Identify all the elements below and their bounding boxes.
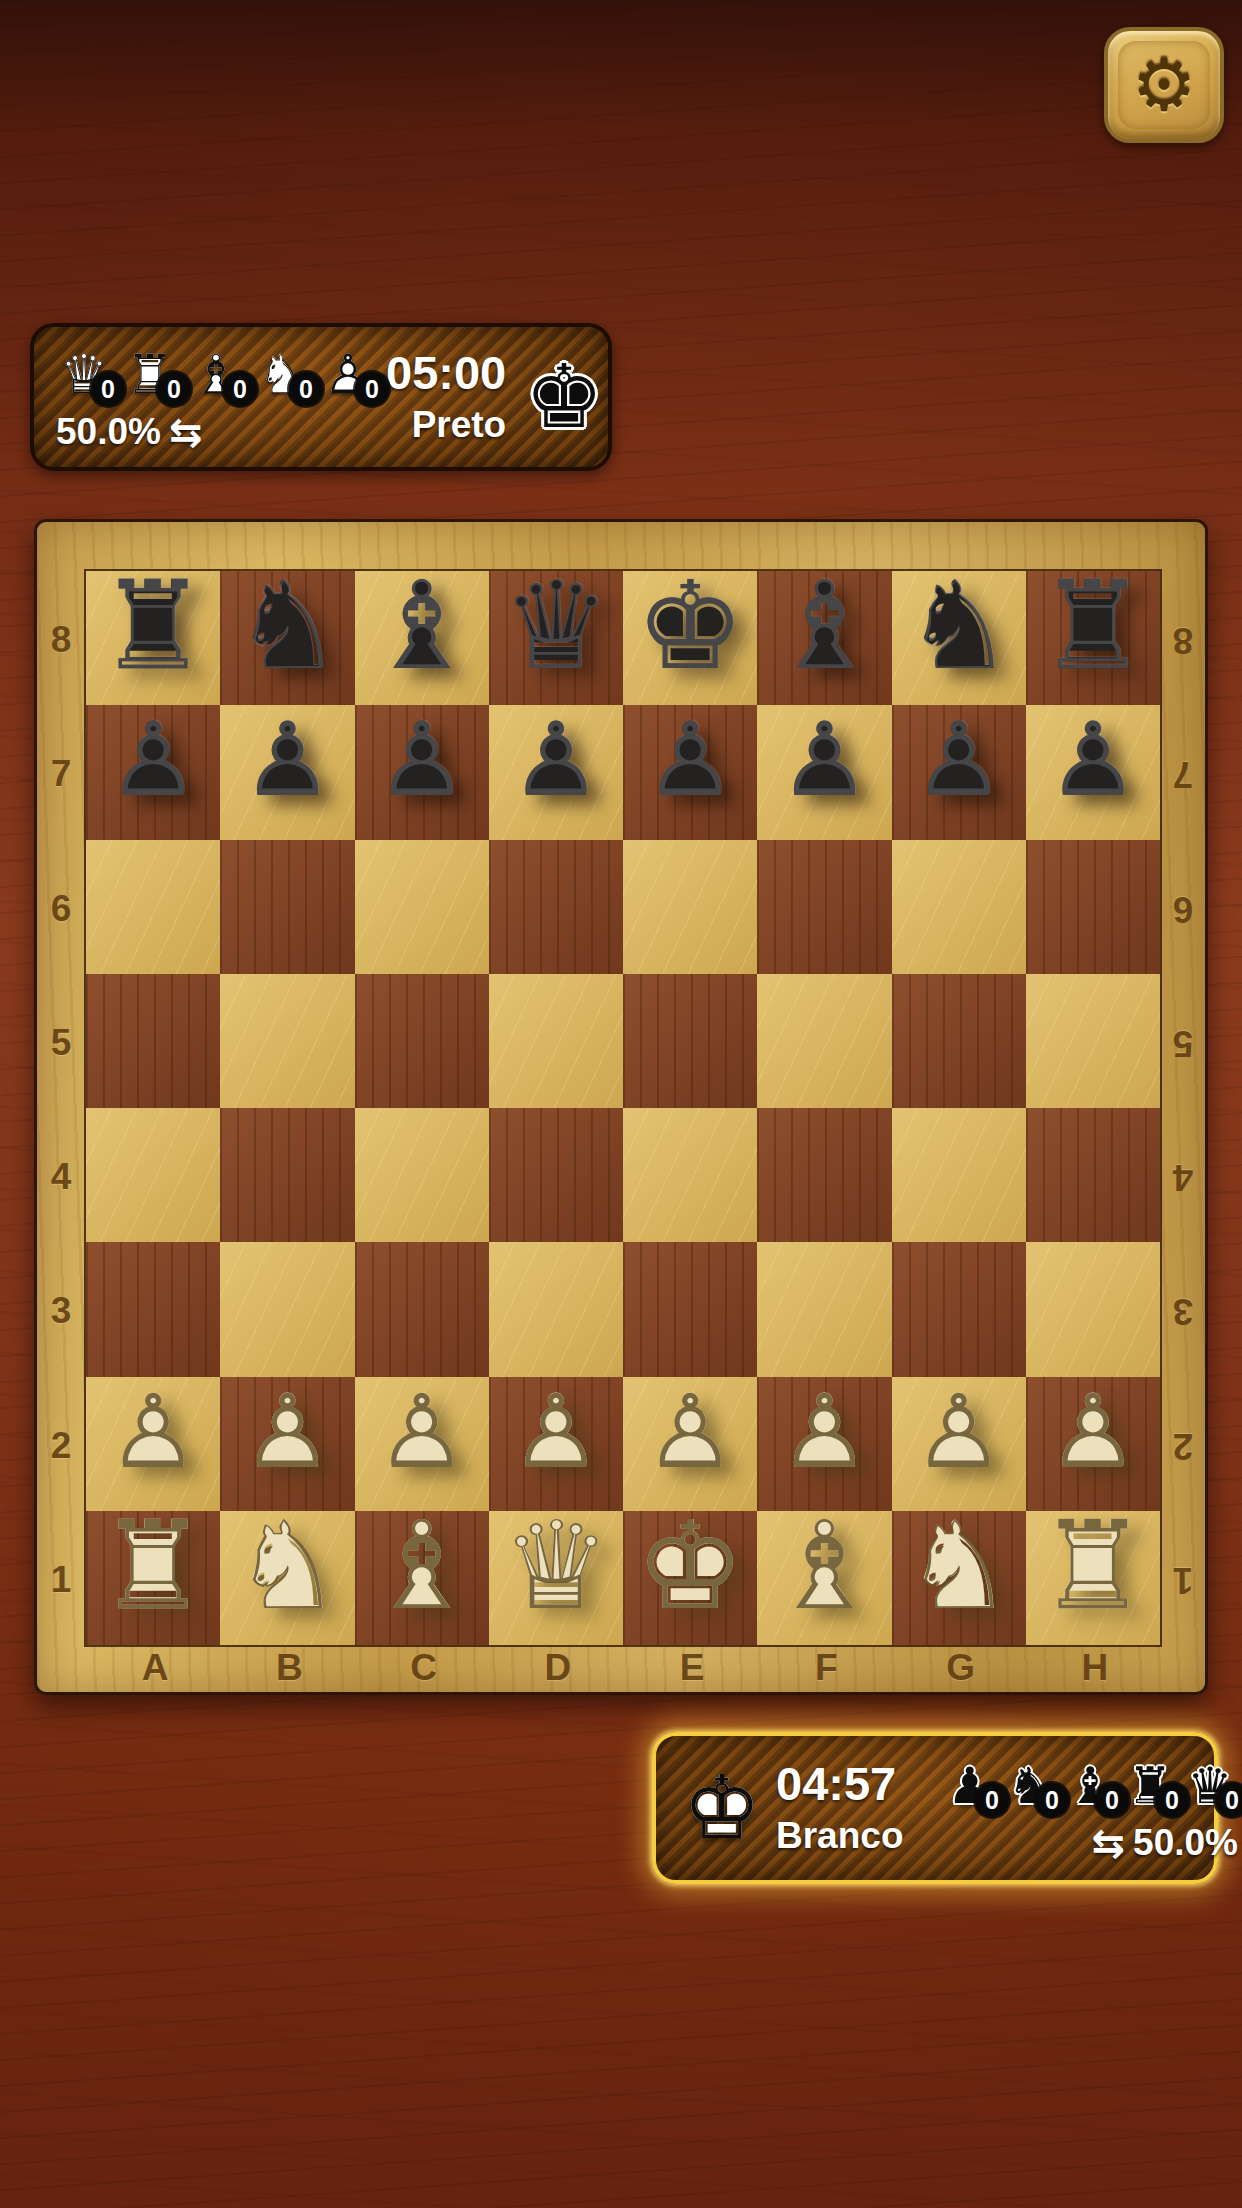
white-knight-icon: ♞♘0 <box>254 344 310 406</box>
settings-button-face: ⚙ <box>1118 41 1210 129</box>
rank-label-left-7: 7 <box>51 753 72 795</box>
capture-count-badge: 0 <box>289 372 323 406</box>
square-b5[interactable] <box>220 974 354 1108</box>
white-rook: ♜♖ <box>1026 1499 1160 1633</box>
white-pawn: ♟♙ <box>757 1365 891 1499</box>
rank-label-left-8: 8 <box>51 619 72 661</box>
white-pawn: ♟♙ <box>623 1365 757 1499</box>
rank-label-left-4: 4 <box>51 1156 72 1198</box>
square-g8[interactable]: ♞♘ <box>892 571 1026 705</box>
board-squares: ♜♖♞♘♝♗♛♕♚♔♝♗♞♘♜♖♟♙♟♙♟♙♟♙♟♙♟♙♟♙♟♙♟♙♟♙♟♙♟♙… <box>84 569 1162 1647</box>
square-g6[interactable] <box>892 840 1026 974</box>
square-h2[interactable]: ♟♙ <box>1026 1377 1160 1511</box>
white-pawn: ♟♙ <box>892 1365 1026 1499</box>
square-e7[interactable]: ♟♙ <box>623 705 757 839</box>
square-e2[interactable]: ♟♙ <box>623 1377 757 1511</box>
white-pawn: ♟♙ <box>220 1365 354 1499</box>
capture-count-badge: 0 <box>91 372 125 406</box>
black-knight-icon: ♞♘0 <box>1004 1755 1056 1817</box>
black-pawn: ♟♙ <box>1026 693 1160 827</box>
black-knight: ♞♘ <box>220 559 354 693</box>
rank-label-left-1: 1 <box>51 1559 72 1601</box>
square-d6[interactable] <box>489 840 623 974</box>
square-g1[interactable]: ♞♘ <box>892 1511 1026 1645</box>
white-pawn: ♟♙ <box>489 1365 623 1499</box>
square-e5[interactable] <box>623 974 757 1108</box>
black-win-rate: 50.0% ⇆ <box>56 410 386 454</box>
square-c7[interactable]: ♟♙ <box>355 705 489 839</box>
file-label-c: C <box>410 1647 437 1689</box>
square-e3[interactable] <box>623 1242 757 1376</box>
square-a3[interactable] <box>86 1242 220 1376</box>
square-h6[interactable] <box>1026 840 1160 974</box>
capture-count-badge: 0 <box>1215 1783 1242 1817</box>
rank-label-right-6: 6 <box>1173 888 1194 930</box>
square-f1[interactable]: ♝♗ <box>757 1511 891 1645</box>
black-player-panel: ♛♕0♜♖0♝♗0♞♘0♟♙0 50.0% ⇆ 05:00 Preto ♚♔ <box>30 323 612 471</box>
white-pawn: ♟♙ <box>355 1365 489 1499</box>
square-h8[interactable]: ♜♖ <box>1026 571 1160 705</box>
square-d1[interactable]: ♛♕ <box>489 1511 623 1645</box>
square-f3[interactable] <box>757 1242 891 1376</box>
square-e8[interactable]: ♚♔ <box>623 571 757 705</box>
black-captured-pieces: ♛♕0♜♖0♝♗0♞♘0♟♙0 <box>56 340 386 406</box>
square-g4[interactable] <box>892 1108 1026 1242</box>
black-pawn-icon: ♟♙0 <box>944 1755 996 1817</box>
black-rook-icon: ♜♖0 <box>1124 1755 1176 1817</box>
gear-icon: ⚙ <box>1132 49 1197 121</box>
white-knight: ♞♘ <box>220 1499 354 1633</box>
square-d2[interactable]: ♟♙ <box>489 1377 623 1511</box>
win-rate-value: 50.0% <box>56 411 161 453</box>
rank-label-right-7: 7 <box>1173 753 1194 795</box>
file-label-g: G <box>946 1647 975 1689</box>
rank-label-right-4: 4 <box>1173 1156 1194 1198</box>
win-rate-value: 50.0% <box>1133 1822 1238 1864</box>
black-king: ♚♔ <box>623 559 757 693</box>
square-h1[interactable]: ♜♖ <box>1026 1511 1160 1645</box>
square-a2[interactable]: ♟♙ <box>86 1377 220 1511</box>
square-c8[interactable]: ♝♗ <box>355 571 489 705</box>
white-pawn: ♟♙ <box>86 1365 220 1499</box>
square-d3[interactable] <box>489 1242 623 1376</box>
square-a7[interactable]: ♟♙ <box>86 705 220 839</box>
square-g3[interactable] <box>892 1242 1026 1376</box>
square-b6[interactable] <box>220 840 354 974</box>
white-rook-icon: ♜♖0 <box>122 344 178 406</box>
black-timer: 05:00 <box>386 347 506 399</box>
square-a6[interactable] <box>86 840 220 974</box>
black-queen-icon: ♛♕0 <box>1184 1755 1236 1817</box>
square-f4[interactable] <box>757 1108 891 1242</box>
rank-label-right-3: 3 <box>1173 1290 1194 1332</box>
black-pawn: ♟♙ <box>892 693 1026 827</box>
rank-label-left-6: 6 <box>51 888 72 930</box>
swap-icon: ⇆ <box>169 409 203 455</box>
white-player-panel: ♚♔ 04:57 Branco ♟♙0♞♘0♝♗0♜♖0♛♕0 ⇆ 50.0% <box>652 1732 1218 1884</box>
square-f8[interactable]: ♝♗ <box>757 571 891 705</box>
black-rook: ♜♖ <box>1026 559 1160 693</box>
capture-count-badge: 0 <box>157 372 191 406</box>
black-knight: ♞♘ <box>892 559 1026 693</box>
square-a5[interactable] <box>86 974 220 1108</box>
square-h5[interactable] <box>1026 974 1160 1108</box>
swap-icon: ⇆ <box>1092 1820 1126 1866</box>
rank-label-right-5: 5 <box>1173 1022 1194 1064</box>
black-pawn: ♟♙ <box>355 693 489 827</box>
black-bishop: ♝♗ <box>757 559 891 693</box>
white-bishop: ♝♗ <box>757 1499 891 1633</box>
black-pawn: ♟♙ <box>623 693 757 827</box>
black-pawn: ♟♙ <box>757 693 891 827</box>
black-pawn: ♟♙ <box>86 693 220 827</box>
square-f7[interactable]: ♟♙ <box>757 705 891 839</box>
black-bishop-icon: ♝♗0 <box>1064 1755 1116 1817</box>
square-f5[interactable] <box>757 974 891 1108</box>
square-a4[interactable] <box>86 1108 220 1242</box>
square-b3[interactable] <box>220 1242 354 1376</box>
white-win-rate: ⇆ 50.0% <box>1084 1821 1238 1865</box>
black-bishop: ♝♗ <box>355 559 489 693</box>
square-c4[interactable] <box>355 1108 489 1242</box>
rank-label-left-2: 2 <box>51 1425 72 1467</box>
settings-button[interactable]: ⚙ <box>1104 27 1224 143</box>
black-rook: ♜♖ <box>86 559 220 693</box>
square-c6[interactable] <box>355 840 489 974</box>
square-a1[interactable]: ♜♖ <box>86 1511 220 1645</box>
white-king: ♚♔ <box>623 1499 757 1633</box>
square-c5[interactable] <box>355 974 489 1108</box>
chess-board: ♜♖♞♘♝♗♛♕♚♔♝♗♞♘♜♖♟♙♟♙♟♙♟♙♟♙♟♙♟♙♟♙♟♙♟♙♟♙♟♙… <box>34 519 1208 1695</box>
file-label-b: B <box>276 1647 303 1689</box>
file-label-f: F <box>815 1647 838 1689</box>
white-player-name: Branco <box>776 1814 903 1858</box>
rank-label-right-8: 8 <box>1173 619 1194 661</box>
square-e4[interactable] <box>623 1108 757 1242</box>
rank-label-right-2: 2 <box>1173 1425 1194 1467</box>
square-f6[interactable] <box>757 840 891 974</box>
white-pawn-icon: ♟♙0 <box>320 344 376 406</box>
rank-label-right-1: 1 <box>1173 1559 1194 1601</box>
black-pawn: ♟♙ <box>220 693 354 827</box>
white-king-icon: ♚♔ <box>674 1753 770 1863</box>
square-d5[interactable] <box>489 974 623 1108</box>
rank-label-left-3: 3 <box>51 1290 72 1332</box>
square-c1[interactable]: ♝♗ <box>355 1511 489 1645</box>
square-e6[interactable] <box>623 840 757 974</box>
square-d8[interactable]: ♛♕ <box>489 571 623 705</box>
square-h4[interactable] <box>1026 1108 1160 1242</box>
square-c2[interactable]: ♟♙ <box>355 1377 489 1511</box>
square-g7[interactable]: ♟♙ <box>892 705 1026 839</box>
square-c3[interactable] <box>355 1242 489 1376</box>
black-pawn: ♟♙ <box>489 693 623 827</box>
square-g2[interactable]: ♟♙ <box>892 1377 1026 1511</box>
white-queen-icon: ♛♕0 <box>56 344 112 406</box>
black-player-name: Preto <box>412 403 507 447</box>
white-rook: ♜♖ <box>86 1499 220 1633</box>
white-knight: ♞♘ <box>892 1499 1026 1633</box>
square-f2[interactable]: ♟♙ <box>757 1377 891 1511</box>
white-timer: 04:57 <box>776 1758 896 1810</box>
file-label-a: A <box>142 1647 169 1689</box>
white-bishop: ♝♗ <box>355 1499 489 1633</box>
square-b1[interactable]: ♞♘ <box>220 1511 354 1645</box>
file-label-d: D <box>545 1647 572 1689</box>
square-b4[interactable] <box>220 1108 354 1242</box>
square-a8[interactable]: ♜♖ <box>86 571 220 705</box>
black-king-icon: ♚♔ <box>516 342 612 452</box>
rank-label-left-5: 5 <box>51 1022 72 1064</box>
file-label-h: H <box>1082 1647 1109 1689</box>
square-b7[interactable]: ♟♙ <box>220 705 354 839</box>
app-background: ⚙ ♛♕0♜♖0♝♗0♞♘0♟♙0 50.0% ⇆ 05:00 Preto ♚♔… <box>0 0 1242 2208</box>
square-b2[interactable]: ♟♙ <box>220 1377 354 1511</box>
black-queen: ♛♕ <box>489 559 623 693</box>
square-d7[interactable]: ♟♙ <box>489 705 623 839</box>
file-label-e: E <box>680 1647 705 1689</box>
square-g5[interactable] <box>892 974 1026 1108</box>
white-captured-pieces: ♟♙0♞♘0♝♗0♜♖0♛♕0 <box>944 1751 1238 1817</box>
white-queen: ♛♕ <box>489 1499 623 1633</box>
capture-count-badge: 0 <box>355 372 389 406</box>
white-bishop-icon: ♝♗0 <box>188 344 244 406</box>
square-d4[interactable] <box>489 1108 623 1242</box>
capture-count-badge: 0 <box>223 372 257 406</box>
square-h3[interactable] <box>1026 1242 1160 1376</box>
square-e1[interactable]: ♚♔ <box>623 1511 757 1645</box>
white-pawn: ♟♙ <box>1026 1365 1160 1499</box>
square-h7[interactable]: ♟♙ <box>1026 705 1160 839</box>
square-b8[interactable]: ♞♘ <box>220 571 354 705</box>
